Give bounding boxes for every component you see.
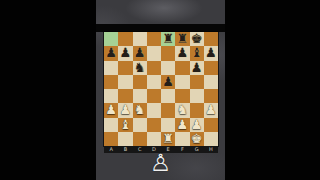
black-pawn: ♟ bbox=[120, 46, 132, 60]
square-b3[interactable]: ♟ bbox=[118, 103, 132, 117]
white-knight: ♞ bbox=[134, 103, 146, 117]
black-pawn: ♟ bbox=[191, 60, 203, 74]
square-c4[interactable] bbox=[133, 89, 147, 103]
square-b4[interactable] bbox=[118, 89, 132, 103]
square-d3[interactable] bbox=[147, 103, 161, 117]
square-f1[interactable] bbox=[175, 132, 189, 146]
black-pawn: ♟ bbox=[105, 46, 117, 60]
black-rook: ♜ bbox=[177, 32, 189, 46]
black-knight: ♞ bbox=[134, 60, 146, 74]
square-d1[interactable] bbox=[147, 132, 161, 146]
square-f3[interactable]: ♞ bbox=[175, 103, 189, 117]
square-a3[interactable]: ♟ bbox=[104, 103, 118, 117]
square-c1[interactable] bbox=[133, 132, 147, 146]
square-g5[interactable] bbox=[190, 75, 204, 89]
black-pawn: ♟ bbox=[134, 46, 146, 60]
square-g6[interactable]: ♟ bbox=[190, 61, 204, 75]
square-e1[interactable]: ♜ bbox=[161, 132, 175, 146]
square-a1[interactable] bbox=[104, 132, 118, 146]
square-g7[interactable]: ♝ bbox=[190, 46, 204, 60]
black-king: ♚ bbox=[191, 32, 203, 46]
white-pawn: ♟ bbox=[205, 103, 217, 117]
square-c5[interactable] bbox=[133, 75, 147, 89]
white-pawn: ♟ bbox=[177, 117, 189, 131]
square-h1[interactable] bbox=[204, 132, 218, 146]
square-g2[interactable]: ♟ bbox=[190, 118, 204, 132]
square-c6[interactable]: ♞ bbox=[133, 61, 147, 75]
square-e3[interactable] bbox=[161, 103, 175, 117]
square-a2[interactable] bbox=[104, 118, 118, 132]
black-pawn: ♟ bbox=[177, 46, 189, 60]
square-b5[interactable] bbox=[118, 75, 132, 89]
square-f2[interactable]: ♟ bbox=[175, 118, 189, 132]
square-g8[interactable]: ♚ bbox=[190, 32, 204, 46]
white-pawn-icon: ♙ bbox=[96, 148, 225, 178]
square-a8[interactable] bbox=[104, 32, 118, 46]
square-h2[interactable] bbox=[204, 118, 218, 132]
square-g3[interactable] bbox=[190, 103, 204, 117]
white-king: ♚ bbox=[191, 131, 203, 145]
black-pawn: ♟ bbox=[205, 46, 217, 60]
top-black-bar bbox=[96, 24, 225, 32]
square-d5[interactable] bbox=[147, 75, 161, 89]
letterbox-right bbox=[225, 0, 320, 180]
square-g1[interactable]: ♚ bbox=[190, 132, 204, 146]
square-e5[interactable]: ♟ bbox=[161, 75, 175, 89]
square-b1[interactable] bbox=[118, 132, 132, 146]
black-bishop: ♝ bbox=[191, 46, 203, 60]
white-pawn: ♟ bbox=[191, 117, 203, 131]
square-c3[interactable]: ♞ bbox=[133, 103, 147, 117]
square-a6[interactable] bbox=[104, 61, 118, 75]
white-bishop: ♝ bbox=[120, 117, 132, 131]
square-b6[interactable] bbox=[118, 61, 132, 75]
letterbox-left bbox=[0, 0, 96, 180]
square-f7[interactable]: ♟ bbox=[175, 46, 189, 60]
white-knight: ♞ bbox=[177, 103, 189, 117]
square-a5[interactable] bbox=[104, 75, 118, 89]
square-a4[interactable] bbox=[104, 89, 118, 103]
square-d7[interactable] bbox=[147, 46, 161, 60]
square-e7[interactable] bbox=[161, 46, 175, 60]
square-c7[interactable]: ♟ bbox=[133, 46, 147, 60]
screenshot: { "game": "chess", "app_context": "mobil… bbox=[0, 0, 320, 180]
square-e2[interactable] bbox=[161, 118, 175, 132]
square-h3[interactable]: ♟ bbox=[204, 103, 218, 117]
square-b7[interactable]: ♟ bbox=[118, 46, 132, 60]
chess-board[interactable]: ♜♜♚♟♟♟♟♝♟♞♟♟♟♟♞♞♟♝♟♟♜♚ bbox=[104, 32, 218, 146]
square-d6[interactable] bbox=[147, 61, 161, 75]
white-pawn: ♟ bbox=[105, 103, 117, 117]
square-e8[interactable]: ♜ bbox=[161, 32, 175, 46]
white-pawn: ♟ bbox=[120, 103, 132, 117]
square-h4[interactable] bbox=[204, 89, 218, 103]
black-rook: ♜ bbox=[162, 32, 174, 46]
square-b8[interactable] bbox=[118, 32, 132, 46]
square-a7[interactable]: ♟ bbox=[104, 46, 118, 60]
square-f4[interactable] bbox=[175, 89, 189, 103]
square-h7[interactable]: ♟ bbox=[204, 46, 218, 60]
square-f5[interactable] bbox=[175, 75, 189, 89]
square-f8[interactable]: ♜ bbox=[175, 32, 189, 46]
square-e4[interactable] bbox=[161, 89, 175, 103]
square-b2[interactable]: ♝ bbox=[118, 118, 132, 132]
white-rook: ♜ bbox=[162, 131, 174, 145]
square-h6[interactable] bbox=[204, 61, 218, 75]
square-d8[interactable] bbox=[147, 32, 161, 46]
square-g4[interactable] bbox=[190, 89, 204, 103]
square-h5[interactable] bbox=[204, 75, 218, 89]
square-f6[interactable] bbox=[175, 61, 189, 75]
square-h8[interactable] bbox=[204, 32, 218, 46]
square-c8[interactable] bbox=[133, 32, 147, 46]
square-c2[interactable] bbox=[133, 118, 147, 132]
square-e6[interactable] bbox=[161, 61, 175, 75]
square-d2[interactable] bbox=[147, 118, 161, 132]
app-background: ♜♜♚♟♟♟♟♝♟♞♟♟♟♟♞♞♟♝♟♟♜♚ ABCDEFGH ♙ bbox=[96, 0, 225, 180]
black-pawn: ♟ bbox=[162, 74, 174, 88]
square-d4[interactable] bbox=[147, 89, 161, 103]
